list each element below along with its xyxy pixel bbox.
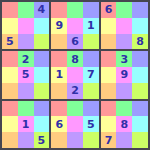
cell-r1c8[interactable] xyxy=(116,2,132,18)
cell-r2c8[interactable] xyxy=(116,18,132,34)
cell-r9c3[interactable]: 5 xyxy=(34,132,50,148)
cell-r4c2[interactable]: 2 xyxy=(18,51,34,67)
cell-r3c8[interactable] xyxy=(116,34,132,50)
cell-r8c4[interactable]: 6 xyxy=(51,116,67,132)
cell-r3c9[interactable]: 8 xyxy=(132,34,148,50)
cell-r5c5[interactable] xyxy=(67,67,83,83)
cell-r2c7[interactable] xyxy=(101,18,117,34)
cell-r2c5[interactable] xyxy=(67,18,83,34)
cell-r3c7[interactable] xyxy=(101,34,117,50)
cell-r3c6[interactable] xyxy=(83,34,99,50)
cell-r4c3[interactable] xyxy=(34,51,50,67)
cell-r4c8[interactable]: 3 xyxy=(116,51,132,67)
cell-r5c9[interactable] xyxy=(132,67,148,83)
cell-r7c3[interactable] xyxy=(34,101,50,117)
cell-r3c2[interactable] xyxy=(18,34,34,50)
cell-r1c4[interactable] xyxy=(51,2,67,18)
cell-r5c1[interactable] xyxy=(2,67,18,83)
cell-r4c4[interactable] xyxy=(51,51,67,67)
block-7: 15 xyxy=(2,101,49,148)
cell-r2c4[interactable]: 9 xyxy=(51,18,67,34)
cell-r9c8[interactable] xyxy=(116,132,132,148)
cell-r4c6[interactable] xyxy=(83,51,99,67)
cell-r5c7[interactable] xyxy=(101,67,117,83)
cell-r9c9[interactable] xyxy=(132,132,148,148)
cell-r8c1[interactable] xyxy=(2,116,18,132)
cell-r7c2[interactable] xyxy=(18,101,34,117)
cell-r8c9[interactable] xyxy=(132,116,148,132)
cell-r4c1[interactable] xyxy=(2,51,18,67)
cell-r2c1[interactable] xyxy=(2,18,18,34)
cell-r6c2[interactable] xyxy=(18,83,34,99)
cell-r1c2[interactable] xyxy=(18,2,34,18)
cell-r9c7[interactable]: 7 xyxy=(101,132,117,148)
cell-r8c6[interactable]: 5 xyxy=(83,116,99,132)
cell-r1c9[interactable] xyxy=(132,2,148,18)
cell-r5c3[interactable] xyxy=(34,67,50,83)
cell-r1c7[interactable]: 6 xyxy=(101,2,117,18)
cell-r2c9[interactable] xyxy=(132,18,148,34)
cell-r1c6[interactable] xyxy=(83,2,99,18)
cell-r7c5[interactable] xyxy=(67,101,83,117)
cell-r5c2[interactable]: 5 xyxy=(18,67,34,83)
cell-r8c7[interactable] xyxy=(101,116,117,132)
cell-r6c6[interactable] xyxy=(83,83,99,99)
cell-r5c6[interactable]: 7 xyxy=(83,67,99,83)
cell-r2c3[interactable] xyxy=(34,18,50,34)
cell-r7c1[interactable] xyxy=(2,101,18,117)
cell-r6c9[interactable] xyxy=(132,83,148,99)
sudoku-board: 459166825817239156587 xyxy=(0,0,150,150)
cell-r5c4[interactable]: 1 xyxy=(51,67,67,83)
cell-r3c3[interactable] xyxy=(34,34,50,50)
cell-r2c2[interactable] xyxy=(18,18,34,34)
cell-r9c5[interactable] xyxy=(67,132,83,148)
cell-r7c8[interactable] xyxy=(116,101,132,117)
cell-r6c5[interactable]: 2 xyxy=(67,83,83,99)
cell-r8c5[interactable] xyxy=(67,116,83,132)
cell-r6c4[interactable] xyxy=(51,83,67,99)
cell-r7c7[interactable] xyxy=(101,101,117,117)
block-1: 45 xyxy=(2,2,49,49)
cell-r7c9[interactable] xyxy=(132,101,148,117)
cell-r9c4[interactable] xyxy=(51,132,67,148)
block-2: 916 xyxy=(51,2,98,49)
cell-r9c6[interactable] xyxy=(83,132,99,148)
cell-r1c5[interactable] xyxy=(67,2,83,18)
cell-r3c5[interactable]: 6 xyxy=(67,34,83,50)
cell-r7c4[interactable] xyxy=(51,101,67,117)
cell-r5c8[interactable]: 9 xyxy=(116,67,132,83)
cell-r8c8[interactable]: 8 xyxy=(116,116,132,132)
block-8: 65 xyxy=(51,101,98,148)
cell-r6c1[interactable] xyxy=(2,83,18,99)
cell-r9c2[interactable] xyxy=(18,132,34,148)
cell-r6c3[interactable] xyxy=(34,83,50,99)
cell-r9c1[interactable] xyxy=(2,132,18,148)
cell-r1c1[interactable] xyxy=(2,2,18,18)
cell-r3c1[interactable]: 5 xyxy=(2,34,18,50)
cell-r6c8[interactable] xyxy=(116,83,132,99)
cell-r3c4[interactable] xyxy=(51,34,67,50)
cell-r2c6[interactable]: 1 xyxy=(83,18,99,34)
block-9: 87 xyxy=(101,101,148,148)
cell-r4c9[interactable] xyxy=(132,51,148,67)
cell-r4c7[interactable] xyxy=(101,51,117,67)
cell-r4c5[interactable]: 8 xyxy=(67,51,83,67)
cell-r1c3[interactable]: 4 xyxy=(34,2,50,18)
block-6: 39 xyxy=(101,51,148,98)
block-3: 68 xyxy=(101,2,148,49)
cell-r6c7[interactable] xyxy=(101,83,117,99)
cell-r8c3[interactable] xyxy=(34,116,50,132)
block-4: 25 xyxy=(2,51,49,98)
cell-r7c6[interactable] xyxy=(83,101,99,117)
block-5: 8172 xyxy=(51,51,98,98)
cell-r8c2[interactable]: 1 xyxy=(18,116,34,132)
